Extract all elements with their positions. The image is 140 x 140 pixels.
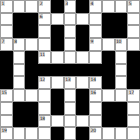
cell-r5c8[interactable] bbox=[89, 51, 102, 64]
cell-r1c9[interactable] bbox=[102, 0, 115, 13]
black-cell-r9c9 bbox=[102, 102, 115, 115]
cell-r8c2[interactable] bbox=[13, 89, 26, 102]
black-cell-r10c2 bbox=[13, 115, 26, 128]
cell-r2c5[interactable] bbox=[51, 13, 64, 26]
black-cell-r10c10 bbox=[115, 115, 128, 128]
cell-r8c10[interactable] bbox=[115, 89, 128, 102]
black-cell-r3c5 bbox=[51, 25, 64, 38]
black-cell-r9c5 bbox=[51, 102, 64, 115]
cell-r9c8[interactable] bbox=[89, 102, 102, 115]
cell-r7c6[interactable]: 13 bbox=[64, 76, 77, 89]
black-cell-r2c9 bbox=[102, 13, 115, 26]
cell-r5c4[interactable]: 11 bbox=[38, 51, 51, 64]
crossword-grid: 1234567891011121314151617181920 bbox=[0, 0, 140, 140]
clue-number-6: 6 bbox=[39, 14, 43, 19]
black-cell-r8c7 bbox=[76, 89, 89, 102]
black-cell-r3c9 bbox=[102, 25, 115, 38]
black-cell-r5c9 bbox=[102, 51, 115, 64]
clue-number-9: 9 bbox=[90, 39, 94, 44]
clue-number-1: 1 bbox=[1, 1, 5, 6]
cell-r10c1[interactable] bbox=[0, 115, 13, 128]
black-cell-r1c5 bbox=[51, 0, 64, 13]
cell-r11c3[interactable] bbox=[25, 127, 38, 140]
cell-r1c2[interactable] bbox=[13, 0, 26, 13]
cell-r5c10[interactable] bbox=[115, 51, 128, 64]
cell-r1c10[interactable] bbox=[115, 0, 128, 13]
cell-r8c8[interactable]: 16 bbox=[89, 89, 102, 102]
clue-number-10: 10 bbox=[116, 39, 122, 44]
cell-r7c7[interactable] bbox=[76, 76, 89, 89]
cell-r11c1[interactable]: 19 bbox=[0, 127, 13, 140]
cell-r7c2[interactable] bbox=[13, 76, 26, 89]
cell-r9c1[interactable] bbox=[0, 102, 13, 115]
cell-r4c2[interactable]: 8 bbox=[13, 38, 26, 51]
cell-r5c6[interactable] bbox=[64, 51, 77, 64]
black-cell-r3c2 bbox=[13, 25, 26, 38]
cell-r4c9[interactable] bbox=[102, 38, 115, 51]
black-cell-r10c9 bbox=[102, 115, 115, 128]
cell-r4c11[interactable] bbox=[127, 38, 140, 51]
cell-r5c2[interactable] bbox=[13, 51, 26, 64]
cell-r8c11[interactable]: 17 bbox=[127, 89, 140, 102]
clue-number-11: 11 bbox=[39, 52, 45, 57]
black-cell-r6c9 bbox=[102, 64, 115, 77]
black-cell-r5c11 bbox=[127, 51, 140, 64]
cell-r1c8[interactable]: 4 bbox=[89, 0, 102, 13]
cell-r3c8[interactable] bbox=[89, 25, 102, 38]
cell-r11c11[interactable] bbox=[127, 127, 140, 140]
cell-r2c7[interactable] bbox=[76, 13, 89, 26]
cell-r1c3[interactable] bbox=[25, 0, 38, 13]
clue-number-14: 14 bbox=[90, 77, 96, 82]
cell-r8c4[interactable] bbox=[38, 89, 51, 102]
cell-r11c9[interactable] bbox=[102, 127, 115, 140]
black-cell-r1c7 bbox=[76, 0, 89, 13]
black-cell-r9c10 bbox=[115, 102, 128, 115]
black-cell-r2c3 bbox=[25, 13, 38, 26]
cell-r8c9[interactable] bbox=[102, 89, 115, 102]
clue-number-20: 20 bbox=[90, 128, 96, 133]
cell-r7c4[interactable]: 12 bbox=[38, 76, 51, 89]
black-cell-r9c3 bbox=[25, 102, 38, 115]
black-cell-r9c2 bbox=[13, 102, 26, 115]
cell-r10c4[interactable]: 18 bbox=[38, 115, 51, 128]
cell-r1c11[interactable]: 5 bbox=[127, 0, 140, 13]
clue-number-17: 17 bbox=[128, 90, 134, 95]
cell-r11c10[interactable] bbox=[115, 127, 128, 140]
cell-r10c7[interactable] bbox=[76, 115, 89, 128]
cell-r9c11[interactable] bbox=[127, 102, 140, 115]
cell-r4c6[interactable] bbox=[64, 38, 77, 51]
cell-r4c1[interactable]: 7 bbox=[0, 38, 13, 51]
cell-r4c10[interactable]: 10 bbox=[115, 38, 128, 51]
black-cell-r6c1 bbox=[0, 64, 13, 77]
cell-r2c6[interactable] bbox=[64, 13, 77, 26]
cell-r6c2[interactable] bbox=[13, 64, 26, 77]
black-cell-r4c7 bbox=[76, 38, 89, 51]
cell-r4c3[interactable] bbox=[25, 38, 38, 51]
black-cell-r8c5 bbox=[51, 89, 64, 102]
black-cell-r5c1 bbox=[0, 51, 13, 64]
cell-r3c6[interactable] bbox=[64, 25, 77, 38]
black-cell-r7c9 bbox=[102, 76, 115, 89]
clue-number-15: 15 bbox=[1, 90, 7, 95]
black-cell-r9c7 bbox=[76, 102, 89, 115]
clue-number-12: 12 bbox=[39, 77, 45, 82]
black-cell-r3c10 bbox=[115, 25, 128, 38]
clue-number-16: 16 bbox=[90, 90, 96, 95]
cell-r8c6[interactable] bbox=[64, 89, 77, 102]
black-cell-r7c3 bbox=[25, 76, 38, 89]
black-cell-r6c11 bbox=[127, 64, 140, 77]
cell-r2c4[interactable]: 6 bbox=[38, 13, 51, 26]
black-cell-r6c7 bbox=[76, 64, 89, 77]
clue-number-7: 7 bbox=[1, 39, 5, 44]
black-cell-r3c7 bbox=[76, 25, 89, 38]
cell-r9c4[interactable] bbox=[38, 102, 51, 115]
black-cell-r6c4 bbox=[38, 64, 51, 77]
black-cell-r3c3 bbox=[25, 25, 38, 38]
cell-r9c6[interactable] bbox=[64, 102, 77, 115]
black-cell-r6c6 bbox=[64, 64, 77, 77]
cell-r10c5[interactable] bbox=[51, 115, 64, 128]
clue-number-8: 8 bbox=[14, 39, 18, 44]
cell-r3c1[interactable] bbox=[0, 25, 13, 38]
cell-r4c4[interactable] bbox=[38, 38, 51, 51]
black-cell-r2c2 bbox=[13, 13, 26, 26]
black-cell-r6c5 bbox=[51, 64, 64, 77]
black-cell-r11c5 bbox=[51, 127, 64, 140]
cell-r10c11[interactable] bbox=[127, 115, 140, 128]
cell-r10c6[interactable] bbox=[64, 115, 77, 128]
clue-number-4: 4 bbox=[90, 1, 94, 6]
black-cell-r6c3 bbox=[25, 64, 38, 77]
cell-r8c3[interactable] bbox=[25, 89, 38, 102]
clue-number-13: 13 bbox=[65, 77, 71, 82]
cell-r6c10[interactable] bbox=[115, 64, 128, 77]
cell-r2c1[interactable] bbox=[0, 13, 13, 26]
cell-r3c11[interactable] bbox=[127, 25, 140, 38]
clue-number-3: 3 bbox=[65, 1, 69, 6]
cell-r8c1[interactable]: 15 bbox=[0, 89, 13, 102]
clue-number-18: 18 bbox=[39, 116, 45, 121]
black-cell-r7c11 bbox=[127, 76, 140, 89]
cell-r4c8[interactable]: 9 bbox=[89, 38, 102, 51]
black-cell-r7c1 bbox=[0, 76, 13, 89]
cell-r5c5[interactable] bbox=[51, 51, 64, 64]
cell-r7c8[interactable]: 14 bbox=[89, 76, 102, 89]
clue-number-19: 19 bbox=[1, 128, 7, 133]
cell-r3c4[interactable] bbox=[38, 25, 51, 38]
black-cell-r11c7 bbox=[76, 127, 89, 140]
black-cell-r4c5 bbox=[51, 38, 64, 51]
cell-r1c4[interactable]: 2 bbox=[38, 0, 51, 13]
cell-r11c2[interactable] bbox=[13, 127, 26, 140]
cell-r5c7[interactable] bbox=[76, 51, 89, 64]
cell-r10c8[interactable] bbox=[89, 115, 102, 128]
black-cell-r2c10 bbox=[115, 13, 128, 26]
cell-r2c11[interactable] bbox=[127, 13, 140, 26]
cell-r7c10[interactable] bbox=[115, 76, 128, 89]
cell-r11c4[interactable] bbox=[38, 127, 51, 140]
black-cell-r10c3 bbox=[25, 115, 38, 128]
cell-r11c6[interactable] bbox=[64, 127, 77, 140]
cell-r1c1[interactable]: 1 bbox=[0, 0, 13, 13]
clue-number-2: 2 bbox=[39, 1, 43, 6]
black-cell-r6c8 bbox=[89, 64, 102, 77]
cell-r2c8[interactable] bbox=[89, 13, 102, 26]
cell-r11c8[interactable]: 20 bbox=[89, 127, 102, 140]
cell-r7c5[interactable] bbox=[51, 76, 64, 89]
cell-r1c6[interactable]: 3 bbox=[64, 0, 77, 13]
clue-number-5: 5 bbox=[128, 1, 132, 6]
black-cell-r5c3 bbox=[25, 51, 38, 64]
